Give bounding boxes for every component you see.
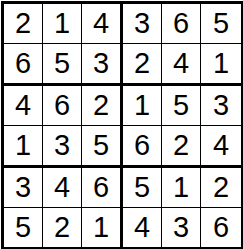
- cell-r2c5[interactable]: 4: [162, 44, 201, 86]
- cell-r6c2[interactable]: 2: [43, 208, 82, 247]
- cell-r2c6[interactable]: 1: [201, 44, 241, 86]
- cell-r6c3[interactable]: 1: [82, 208, 123, 247]
- cell-r3c5[interactable]: 5: [162, 86, 201, 126]
- cell-r5c3[interactable]: 6: [82, 168, 123, 208]
- cell-r1c1[interactable]: 2: [4, 4, 43, 44]
- cell-r1c2[interactable]: 1: [43, 4, 82, 44]
- cell-r4c4[interactable]: 6: [123, 126, 162, 168]
- cell-r5c1[interactable]: 3: [4, 168, 43, 208]
- cell-r1c5[interactable]: 6: [162, 4, 201, 44]
- cell-r5c2[interactable]: 4: [43, 168, 82, 208]
- cell-r6c4[interactable]: 4: [123, 208, 162, 247]
- cell-r3c4[interactable]: 1: [123, 86, 162, 126]
- cell-r2c1[interactable]: 6: [4, 44, 43, 86]
- cell-r1c4[interactable]: 3: [123, 4, 162, 44]
- cell-r3c1[interactable]: 4: [4, 86, 43, 126]
- cell-r5c4[interactable]: 5: [123, 168, 162, 208]
- cell-r5c6[interactable]: 2: [201, 168, 241, 208]
- cell-r4c1[interactable]: 1: [4, 126, 43, 168]
- cell-r4c3[interactable]: 5: [82, 126, 123, 168]
- cell-r1c3[interactable]: 4: [82, 4, 123, 44]
- cell-r3c3[interactable]: 2: [82, 86, 123, 126]
- cell-r5c5[interactable]: 1: [162, 168, 201, 208]
- cell-r3c6[interactable]: 3: [201, 86, 241, 126]
- cell-r1c6[interactable]: 5: [201, 4, 241, 44]
- cell-r3c2[interactable]: 6: [43, 86, 82, 126]
- sudoku-board: 214365653241462153135624346512521436: [1, 1, 243, 249]
- cell-r6c1[interactable]: 5: [4, 208, 43, 247]
- cell-r6c5[interactable]: 3: [162, 208, 201, 247]
- cell-r4c6[interactable]: 4: [201, 126, 241, 168]
- cell-r2c4[interactable]: 2: [123, 44, 162, 86]
- cell-r2c3[interactable]: 3: [82, 44, 123, 86]
- cell-r4c5[interactable]: 2: [162, 126, 201, 168]
- cell-r4c2[interactable]: 3: [43, 126, 82, 168]
- cell-r6c6[interactable]: 6: [201, 208, 241, 247]
- cell-r2c2[interactable]: 5: [43, 44, 82, 86]
